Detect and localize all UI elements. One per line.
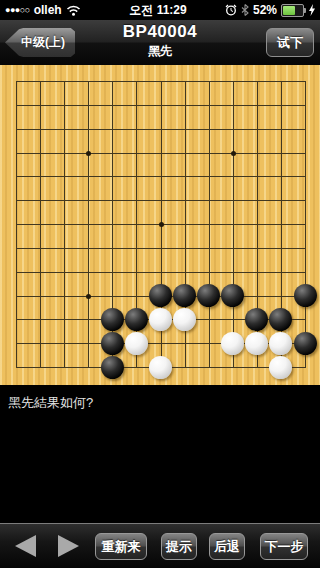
- signal-strength-dots: ●●●○○: [5, 5, 30, 15]
- next-arrow-icon[interactable]: [58, 535, 79, 557]
- grid-line-horizontal: [16, 272, 306, 273]
- white-stone: [125, 332, 148, 355]
- white-stone: [245, 332, 268, 355]
- black-stone: [269, 308, 292, 331]
- problem-caption: 黑先結果如何?: [8, 395, 93, 410]
- black-stone: [101, 308, 124, 331]
- wifi-icon: [66, 5, 81, 16]
- bluetooth-icon: [241, 4, 249, 16]
- white-stone: [149, 308, 172, 331]
- black-stone: [125, 308, 148, 331]
- next-step-button[interactable]: 下一步: [260, 533, 308, 560]
- status-right: 52%: [206, 3, 320, 17]
- page-title: BP40004: [80, 22, 240, 42]
- grid-line-horizontal: [16, 200, 306, 201]
- go-board[interactable]: [0, 65, 320, 385]
- status-bar: ●●●○○ olleh 오전 11:29: [0, 0, 320, 20]
- charging-bolt-icon: [308, 4, 316, 16]
- status-time: 오전 11:29: [110, 2, 206, 19]
- black-stone: [173, 284, 196, 307]
- white-stone: [269, 332, 292, 355]
- black-stone: [294, 284, 317, 307]
- star-point: [231, 151, 236, 156]
- page-subtitle: 黑先: [80, 43, 240, 60]
- battery-tip: [304, 8, 306, 13]
- try-move-button[interactable]: 试下: [266, 28, 314, 57]
- star-point: [86, 151, 91, 156]
- battery-fill: [283, 6, 295, 15]
- carrier-label: olleh: [34, 3, 62, 17]
- prev-arrow-icon[interactable]: [15, 535, 36, 557]
- grid-line-horizontal: [16, 105, 306, 106]
- nav-bar: 中级(上) BP40004 黑先 试下: [0, 20, 320, 66]
- restart-button[interactable]: 重新来: [95, 533, 147, 560]
- black-stone: [245, 308, 268, 331]
- title-block: BP40004 黑先: [80, 22, 240, 60]
- undo-button[interactable]: 后退: [209, 533, 245, 560]
- grid-line-horizontal: [16, 81, 306, 82]
- star-point: [159, 222, 164, 227]
- phone-screen: ●●●○○ olleh 오전 11:29: [0, 0, 320, 568]
- white-stone: [149, 356, 172, 379]
- star-point: [86, 294, 91, 299]
- bottom-toolbar: 重新来 提示 后退 下一步: [0, 523, 320, 568]
- grid-line-horizontal: [16, 248, 306, 249]
- black-stone: [149, 284, 172, 307]
- black-stone: [294, 332, 317, 355]
- black-stone: [101, 332, 124, 355]
- hint-button[interactable]: 提示: [161, 533, 197, 560]
- status-left: ●●●○○ olleh: [0, 3, 110, 17]
- grid-line-horizontal: [16, 153, 306, 154]
- back-button[interactable]: 中级(上): [5, 28, 75, 57]
- black-stone: [221, 284, 244, 307]
- white-stone: [173, 308, 196, 331]
- problem-caption-area: 黑先結果如何?: [0, 385, 320, 523]
- alarm-icon: [225, 4, 237, 16]
- grid-line-horizontal: [16, 129, 306, 130]
- battery-icon: [281, 4, 304, 17]
- black-stone: [197, 284, 220, 307]
- grid-line-horizontal: [16, 176, 306, 177]
- white-stone: [269, 356, 292, 379]
- battery-percent-label: 52%: [253, 3, 277, 17]
- white-stone: [221, 332, 244, 355]
- black-stone: [101, 356, 124, 379]
